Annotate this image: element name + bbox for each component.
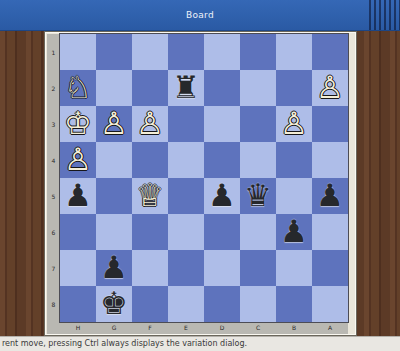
square-d8[interactable] <box>204 286 240 322</box>
board-frame: 1 2 3 4 5 6 7 8 ♘♜♙♔♙♙♙♙♟♕♟♛♟♟♟♚ H G F E… <box>44 31 357 336</box>
black-pawn[interactable]: ♟ <box>100 252 128 283</box>
title-bar-stripes <box>366 0 400 30</box>
rank-label-8: 8 <box>47 286 60 322</box>
square-e5[interactable] <box>168 178 204 214</box>
square-h6[interactable] <box>60 214 96 250</box>
square-f5[interactable]: ♕ <box>132 178 168 214</box>
square-h8[interactable] <box>60 286 96 322</box>
square-b6[interactable]: ♟ <box>276 214 312 250</box>
square-d6[interactable] <box>204 214 240 250</box>
white-knight[interactable]: ♘ <box>64 72 92 103</box>
square-c6[interactable] <box>240 214 276 250</box>
square-c3[interactable] <box>240 106 276 142</box>
square-d3[interactable] <box>204 106 240 142</box>
file-label-f: F <box>132 322 168 334</box>
square-h4[interactable]: ♙ <box>60 142 96 178</box>
square-d7[interactable] <box>204 250 240 286</box>
black-pawn[interactable]: ♟ <box>64 180 92 211</box>
square-b4[interactable] <box>276 142 312 178</box>
square-g6[interactable] <box>96 214 132 250</box>
square-h1[interactable] <box>60 34 96 70</box>
square-e4[interactable] <box>168 142 204 178</box>
rank-label-3: 3 <box>47 106 60 142</box>
title-bar: Board <box>0 0 400 31</box>
square-b8[interactable] <box>276 286 312 322</box>
square-c1[interactable] <box>240 34 276 70</box>
white-pawn[interactable]: ♙ <box>64 144 92 175</box>
black-king[interactable]: ♚ <box>100 288 128 319</box>
status-bar: rent move, pressing Ctrl always displays… <box>0 336 400 351</box>
square-e6[interactable] <box>168 214 204 250</box>
square-e2[interactable]: ♜ <box>168 70 204 106</box>
square-g4[interactable] <box>96 142 132 178</box>
square-b7[interactable] <box>276 250 312 286</box>
rank-label-7: 7 <box>47 250 60 286</box>
square-c2[interactable] <box>240 70 276 106</box>
file-label-b: B <box>276 322 312 334</box>
black-queen[interactable]: ♛ <box>244 180 272 211</box>
black-pawn[interactable]: ♟ <box>316 180 344 211</box>
square-g1[interactable] <box>96 34 132 70</box>
panel-title: Board <box>0 10 400 20</box>
square-a6[interactable] <box>312 214 348 250</box>
white-queen[interactable]: ♕ <box>136 180 164 211</box>
square-c5[interactable]: ♛ <box>240 178 276 214</box>
square-b1[interactable] <box>276 34 312 70</box>
square-h3[interactable]: ♔ <box>60 106 96 142</box>
square-f2[interactable] <box>132 70 168 106</box>
file-coordinates: H G F E D C B A <box>60 322 348 334</box>
rank-label-2: 2 <box>47 70 60 106</box>
square-a4[interactable] <box>312 142 348 178</box>
white-pawn[interactable]: ♙ <box>280 108 308 139</box>
square-h5[interactable]: ♟ <box>60 178 96 214</box>
file-label-h: H <box>60 322 96 334</box>
square-e8[interactable] <box>168 286 204 322</box>
square-c8[interactable] <box>240 286 276 322</box>
black-pawn[interactable]: ♟ <box>280 216 308 247</box>
white-pawn[interactable]: ♙ <box>136 108 164 139</box>
square-b3[interactable]: ♙ <box>276 106 312 142</box>
square-a3[interactable] <box>312 106 348 142</box>
square-a5[interactable]: ♟ <box>312 178 348 214</box>
square-d1[interactable] <box>204 34 240 70</box>
white-king[interactable]: ♔ <box>64 108 92 139</box>
square-g2[interactable] <box>96 70 132 106</box>
square-h7[interactable] <box>60 250 96 286</box>
square-c7[interactable] <box>240 250 276 286</box>
square-a7[interactable] <box>312 250 348 286</box>
square-g3[interactable]: ♙ <box>96 106 132 142</box>
square-e7[interactable] <box>168 250 204 286</box>
board: ♘♜♙♔♙♙♙♙♟♕♟♛♟♟♟♚ <box>60 34 348 322</box>
rank-label-6: 6 <box>47 214 60 250</box>
square-d5[interactable]: ♟ <box>204 178 240 214</box>
square-f7[interactable] <box>132 250 168 286</box>
black-pawn[interactable]: ♟ <box>208 180 236 211</box>
board-layout: 1 2 3 4 5 6 7 8 ♘♜♙♔♙♙♙♙♟♕♟♛♟♟♟♚ H G F E… <box>47 34 348 334</box>
square-f1[interactable] <box>132 34 168 70</box>
square-b5[interactable] <box>276 178 312 214</box>
square-d2[interactable] <box>204 70 240 106</box>
rank-label-1: 1 <box>47 34 60 70</box>
square-c4[interactable] <box>240 142 276 178</box>
file-label-c: C <box>240 322 276 334</box>
file-label-e: E <box>168 322 204 334</box>
square-g8[interactable]: ♚ <box>96 286 132 322</box>
square-d4[interactable] <box>204 142 240 178</box>
white-pawn[interactable]: ♙ <box>100 108 128 139</box>
square-f6[interactable] <box>132 214 168 250</box>
square-f8[interactable] <box>132 286 168 322</box>
square-a2[interactable]: ♙ <box>312 70 348 106</box>
square-f3[interactable]: ♙ <box>132 106 168 142</box>
file-label-a: A <box>312 322 348 334</box>
file-label-d: D <box>204 322 240 334</box>
square-g7[interactable]: ♟ <box>96 250 132 286</box>
white-pawn[interactable]: ♙ <box>316 72 344 103</box>
square-b2[interactable] <box>276 70 312 106</box>
black-rook[interactable]: ♜ <box>172 72 200 103</box>
rank-label-5: 5 <box>47 178 60 214</box>
square-e3[interactable] <box>168 106 204 142</box>
rank-label-4: 4 <box>47 142 60 178</box>
square-a1[interactable] <box>312 34 348 70</box>
file-label-g: G <box>96 322 132 334</box>
square-a8[interactable] <box>312 286 348 322</box>
rank-coordinates: 1 2 3 4 5 6 7 8 <box>47 34 60 322</box>
square-g5[interactable] <box>96 178 132 214</box>
gutter-corner <box>47 322 60 334</box>
square-f4[interactable] <box>132 142 168 178</box>
square-e1[interactable] <box>168 34 204 70</box>
square-h2[interactable]: ♘ <box>60 70 96 106</box>
